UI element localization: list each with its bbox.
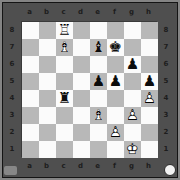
square-h8[interactable] bbox=[141, 22, 158, 39]
square-d8[interactable] bbox=[73, 22, 90, 39]
square-c4[interactable]: ♜ bbox=[56, 90, 73, 107]
square-b5[interactable] bbox=[39, 73, 56, 90]
square-b8[interactable] bbox=[39, 22, 56, 39]
piece-black-pawn-g6: ♟ bbox=[124, 56, 141, 73]
file-label-h: h bbox=[140, 157, 157, 175]
square-h7[interactable] bbox=[141, 39, 158, 56]
rank-label-3: 3 bbox=[3, 106, 21, 123]
square-h1[interactable] bbox=[141, 141, 158, 158]
rank-label-4: 4 bbox=[157, 89, 175, 106]
piece-black-rook-c4: ♜ bbox=[56, 90, 73, 107]
square-h2[interactable] bbox=[141, 124, 158, 141]
square-a3[interactable] bbox=[22, 107, 39, 124]
square-b7[interactable] bbox=[39, 39, 56, 56]
file-label-e: e bbox=[89, 157, 106, 175]
square-b6[interactable] bbox=[39, 56, 56, 73]
piece-white-pawn-f2: ♙ bbox=[107, 124, 124, 141]
file-labels-top: abcdefgh bbox=[21, 3, 157, 21]
rank-label-5: 5 bbox=[157, 72, 175, 89]
rank-label-4: 4 bbox=[3, 89, 21, 106]
square-b3[interactable] bbox=[39, 107, 56, 124]
piece-black-pawn-f5: ♟ bbox=[107, 73, 124, 90]
square-b1[interactable] bbox=[39, 141, 56, 158]
square-c3[interactable] bbox=[56, 107, 73, 124]
square-h3[interactable] bbox=[141, 107, 158, 124]
chess-diagram: abcdefgh abcdefgh 87654321 87654321 ♜♖♝♗… bbox=[0, 0, 180, 180]
white-to-move-indicator bbox=[164, 164, 176, 176]
piece-white-bishop-fill: ♝ bbox=[90, 107, 107, 124]
square-a6[interactable] bbox=[22, 56, 39, 73]
square-e1[interactable] bbox=[90, 141, 107, 158]
piece-black-pawn-e5: ♟ bbox=[90, 73, 107, 90]
file-labels-bottom: abcdefgh bbox=[21, 157, 157, 175]
square-h6[interactable] bbox=[141, 56, 158, 73]
file-label-d: d bbox=[72, 3, 89, 21]
square-a1[interactable] bbox=[22, 141, 39, 158]
square-h5[interactable]: ♟ bbox=[141, 73, 158, 90]
square-f1[interactable] bbox=[107, 141, 124, 158]
square-e5[interactable]: ♟ bbox=[90, 73, 107, 90]
rank-label-2: 2 bbox=[3, 123, 21, 140]
square-f2[interactable]: ♟♙ bbox=[107, 124, 124, 141]
rank-label-3: 3 bbox=[157, 106, 175, 123]
square-a7[interactable] bbox=[22, 39, 39, 56]
square-f7[interactable]: ♚ bbox=[107, 39, 124, 56]
piece-white-rook-c8: ♖ bbox=[56, 22, 73, 39]
piece-black-bishop-e7: ♝ bbox=[90, 39, 107, 56]
file-label-b: b bbox=[38, 157, 55, 175]
square-e3[interactable]: ♝♗ bbox=[90, 107, 107, 124]
rank-label-7: 7 bbox=[157, 38, 175, 55]
rank-label-7: 7 bbox=[3, 38, 21, 55]
square-c7[interactable]: ♝♗ bbox=[56, 39, 73, 56]
square-c8[interactable]: ♜♖ bbox=[56, 22, 73, 39]
square-c5[interactable] bbox=[56, 73, 73, 90]
piece-white-pawn-fill: ♟ bbox=[107, 124, 124, 141]
chess-board: ♜♖♝♗♝♚♟♟♟♟♜♟♙♝♗♟♙♟♙♚♔ bbox=[21, 21, 157, 157]
square-g3[interactable]: ♟♙ bbox=[124, 107, 141, 124]
corner-logo-mark bbox=[4, 166, 17, 175]
file-label-f: f bbox=[106, 157, 123, 175]
rank-label-2: 2 bbox=[157, 123, 175, 140]
square-d6[interactable] bbox=[73, 56, 90, 73]
rank-label-1: 1 bbox=[157, 140, 175, 157]
square-f8[interactable] bbox=[107, 22, 124, 39]
square-g4[interactable] bbox=[124, 90, 141, 107]
square-d1[interactable] bbox=[73, 141, 90, 158]
square-e8[interactable] bbox=[90, 22, 107, 39]
square-a5[interactable] bbox=[22, 73, 39, 90]
square-c2[interactable] bbox=[56, 124, 73, 141]
square-g2[interactable] bbox=[124, 124, 141, 141]
square-e4[interactable] bbox=[90, 90, 107, 107]
piece-white-pawn-h4: ♙ bbox=[141, 90, 158, 107]
square-b4[interactable] bbox=[39, 90, 56, 107]
square-f4[interactable] bbox=[107, 90, 124, 107]
rank-labels-right: 87654321 bbox=[157, 21, 175, 157]
square-e2[interactable] bbox=[90, 124, 107, 141]
square-f6[interactable] bbox=[107, 56, 124, 73]
square-g6[interactable]: ♟ bbox=[124, 56, 141, 73]
file-label-c: c bbox=[55, 157, 72, 175]
piece-black-king-f7: ♚ bbox=[107, 39, 124, 56]
piece-white-bishop-e3: ♗ bbox=[90, 107, 107, 124]
piece-white-pawn-g3: ♙ bbox=[124, 107, 141, 124]
square-a8[interactable] bbox=[22, 22, 39, 39]
square-d7[interactable] bbox=[73, 39, 90, 56]
square-e7[interactable]: ♝ bbox=[90, 39, 107, 56]
square-a2[interactable] bbox=[22, 124, 39, 141]
file-label-c: c bbox=[55, 3, 72, 21]
rank-label-5: 5 bbox=[3, 72, 21, 89]
rank-label-8: 8 bbox=[157, 21, 175, 38]
square-d5[interactable] bbox=[73, 73, 90, 90]
square-f5[interactable]: ♟ bbox=[107, 73, 124, 90]
rank-labels-left: 87654321 bbox=[3, 21, 21, 157]
square-e6[interactable] bbox=[90, 56, 107, 73]
file-label-h: h bbox=[140, 3, 157, 21]
file-label-d: d bbox=[72, 157, 89, 175]
rank-label-8: 8 bbox=[3, 21, 21, 38]
square-g7[interactable] bbox=[124, 39, 141, 56]
file-label-g: g bbox=[123, 157, 140, 175]
square-d2[interactable] bbox=[73, 124, 90, 141]
square-f3[interactable] bbox=[107, 107, 124, 124]
file-label-e: e bbox=[89, 3, 106, 21]
piece-white-rook-fill: ♜ bbox=[56, 22, 73, 39]
square-c6[interactable] bbox=[56, 56, 73, 73]
square-c1[interactable] bbox=[56, 141, 73, 158]
rank-label-6: 6 bbox=[3, 55, 21, 72]
file-label-a: a bbox=[21, 3, 38, 21]
piece-black-pawn-h5: ♟ bbox=[141, 73, 158, 90]
piece-white-king-g1: ♔ bbox=[124, 141, 141, 158]
piece-white-bishop-fill: ♝ bbox=[56, 39, 73, 56]
square-d3[interactable] bbox=[73, 107, 90, 124]
piece-white-pawn-fill: ♟ bbox=[141, 90, 158, 107]
file-label-a: a bbox=[21, 157, 38, 175]
square-g5[interactable] bbox=[124, 73, 141, 90]
piece-white-bishop-c7: ♗ bbox=[56, 39, 73, 56]
file-label-b: b bbox=[38, 3, 55, 21]
square-a4[interactable] bbox=[22, 90, 39, 107]
square-g8[interactable] bbox=[124, 22, 141, 39]
square-g1[interactable]: ♚♔ bbox=[124, 141, 141, 158]
square-d4[interactable] bbox=[73, 90, 90, 107]
rank-label-1: 1 bbox=[3, 140, 21, 157]
piece-white-king-fill: ♚ bbox=[124, 141, 141, 158]
rank-label-6: 6 bbox=[157, 55, 175, 72]
piece-white-pawn-fill: ♟ bbox=[124, 107, 141, 124]
file-label-f: f bbox=[106, 3, 123, 21]
square-b2[interactable] bbox=[39, 124, 56, 141]
square-h4[interactable]: ♟♙ bbox=[141, 90, 158, 107]
file-label-g: g bbox=[123, 3, 140, 21]
